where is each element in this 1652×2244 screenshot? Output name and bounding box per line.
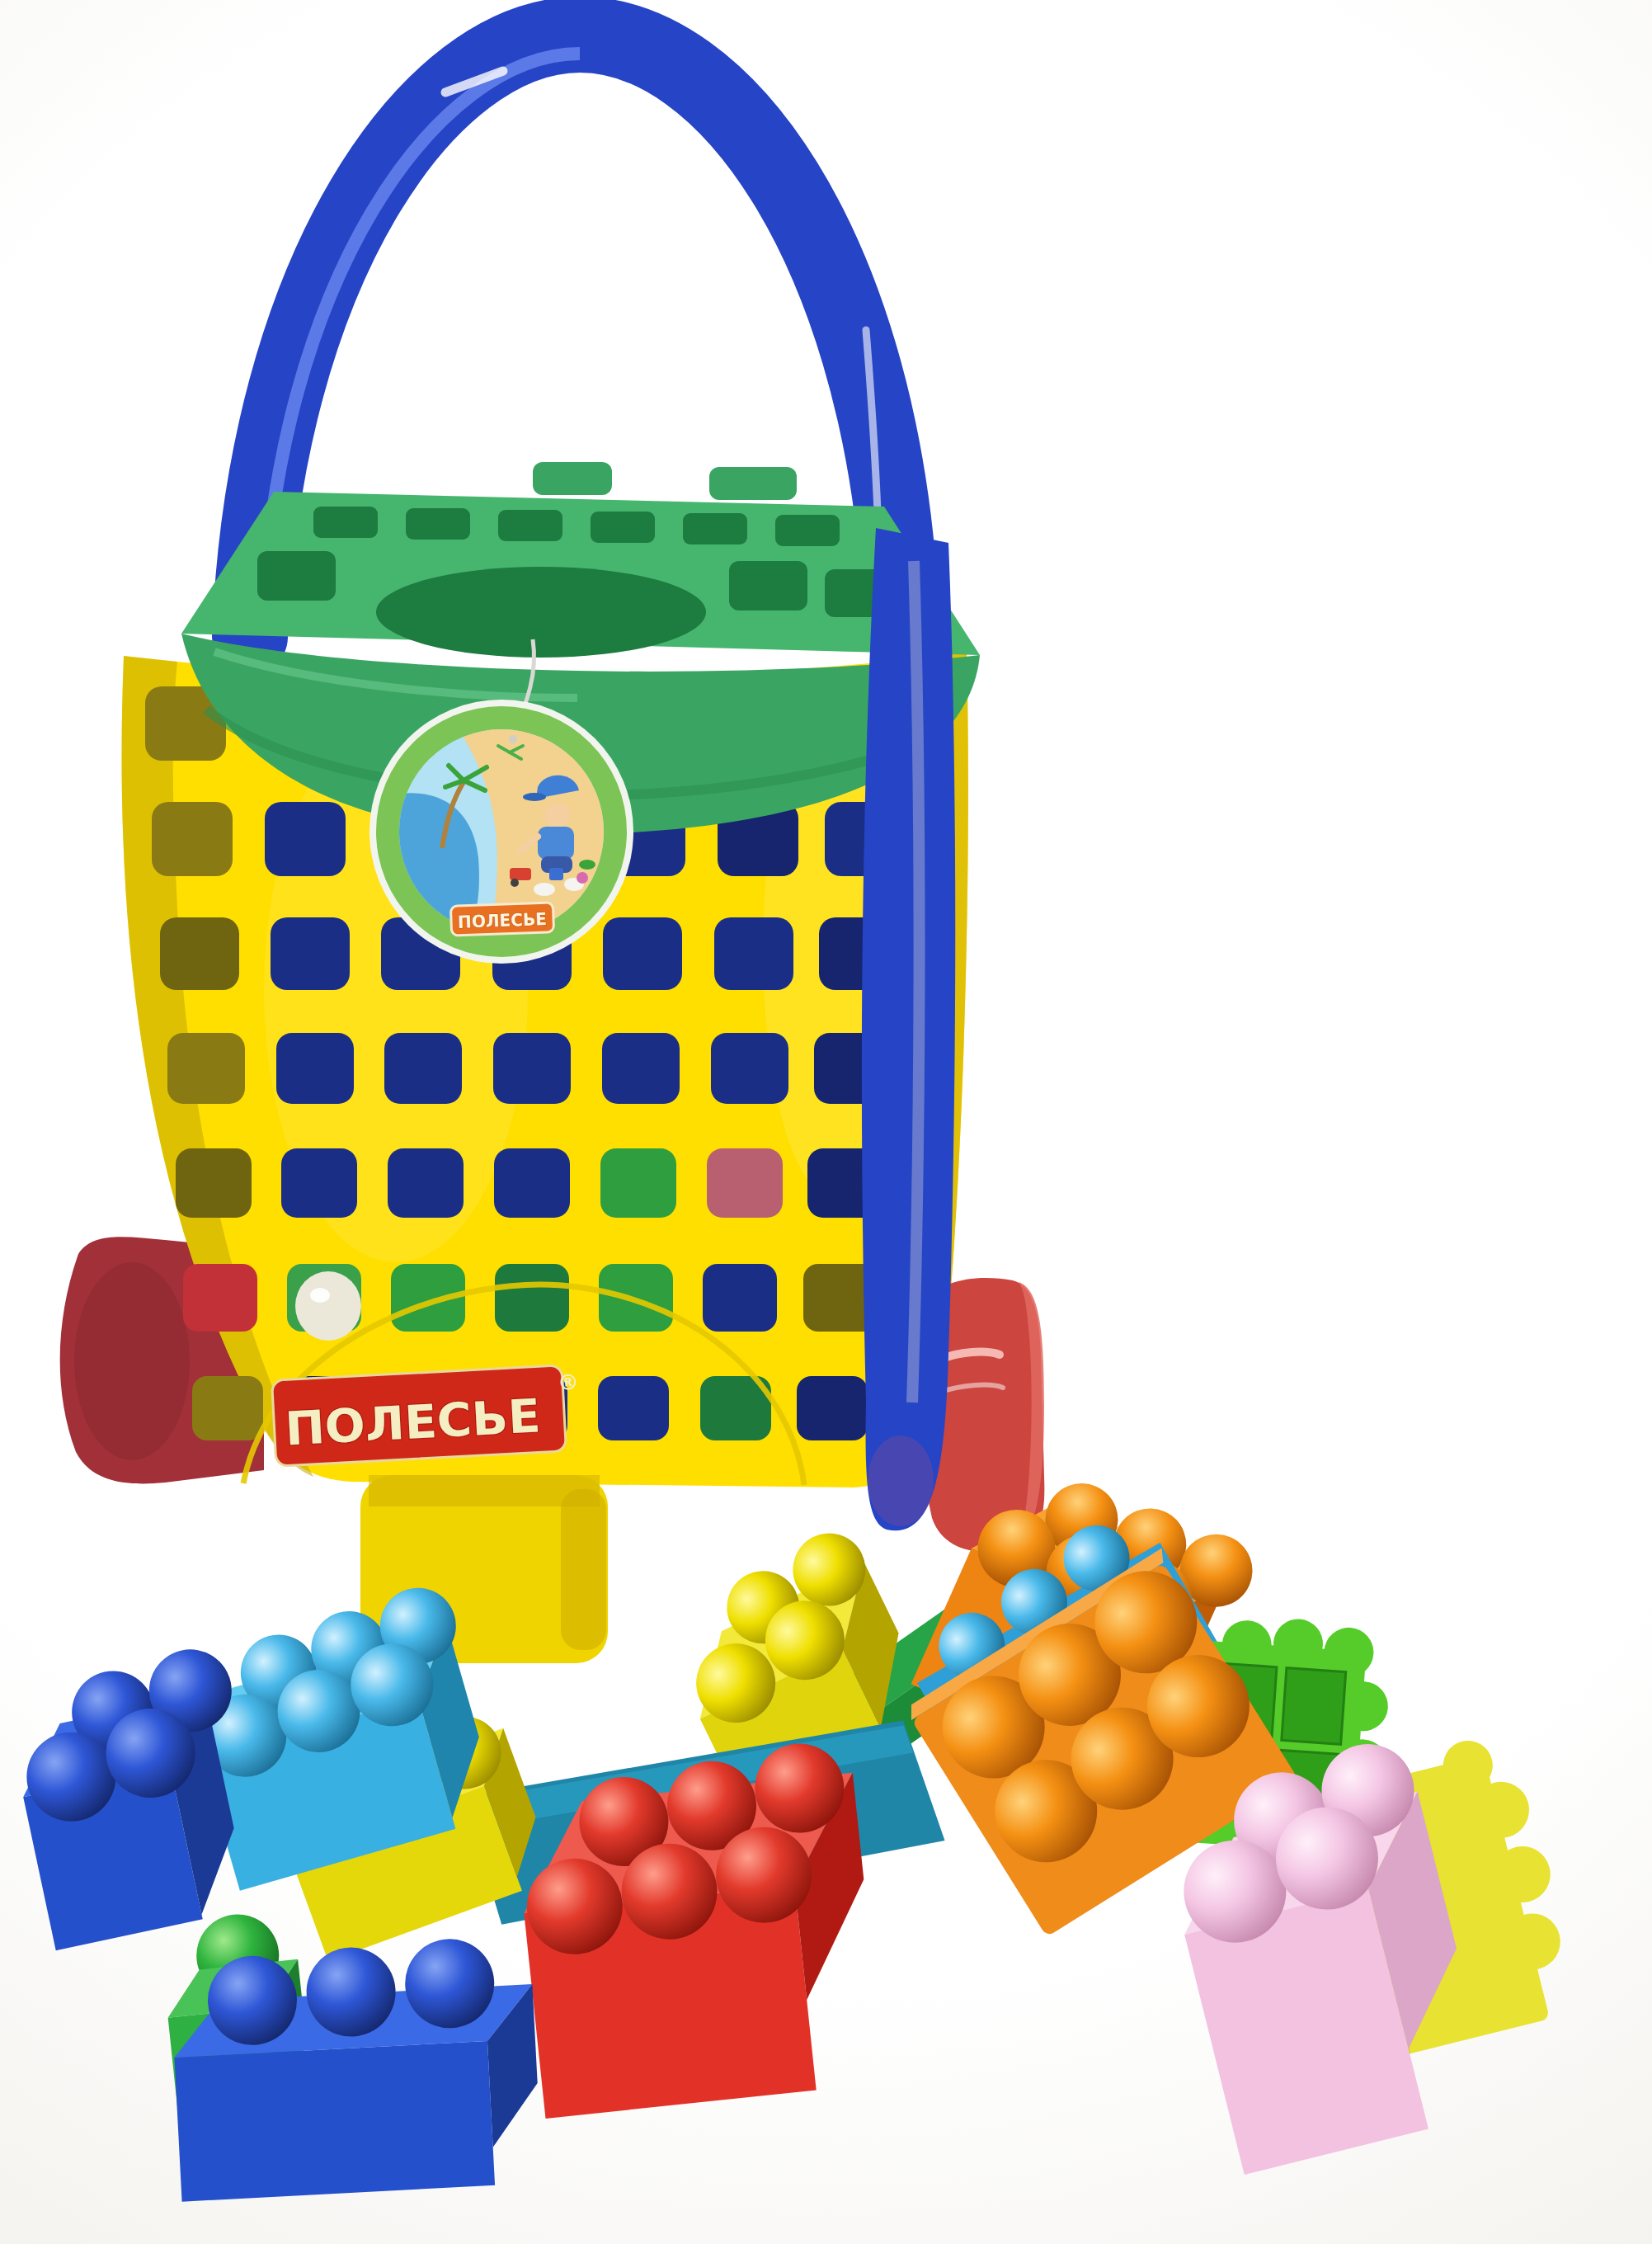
right-frame: [862, 528, 955, 1530]
trolley: ПОЛЕСЬЕ ®: [60, 35, 1045, 1663]
lid-tab-left: [533, 462, 612, 495]
building-blocks: [0, 1443, 1584, 2202]
boy-shoe-left: [534, 883, 555, 896]
frame-purple-shade: [868, 1435, 934, 1526]
lid-tab-right: [709, 467, 797, 500]
block-blue-1x3: [169, 1935, 543, 2202]
toy-truck-wheel: [511, 879, 519, 887]
plaque-registered-mark: ®: [557, 1369, 580, 1395]
toy-bucket: [549, 868, 563, 880]
white-ball-glint: [310, 1288, 330, 1303]
tag-hole: [509, 735, 517, 743]
toy-green: [579, 860, 595, 870]
left-wheel-shade: [74, 1262, 190, 1460]
tag-banner-text: ПОЛЕСЬЕ: [458, 909, 548, 932]
logo-plaque: ПОЛЕСЬЕ ®: [272, 1365, 583, 1466]
boy-face: [545, 803, 570, 827]
photo-stage: ПОЛЕСЬЕ ®: [0, 0, 1652, 2244]
toy-truck: [510, 868, 531, 880]
white-ball-inside: [295, 1271, 361, 1341]
lid-center-opening: [376, 567, 706, 658]
flap-right-shade: [561, 1489, 606, 1650]
tag-banner: ПОЛЕСЬЕ: [450, 903, 553, 936]
toy-trolley-photo: ПОЛЕСЬЕ ®: [0, 0, 1652, 2244]
boy-shirt: [538, 827, 574, 860]
toy-ball: [577, 872, 588, 884]
boy-cap-brim: [523, 793, 546, 801]
